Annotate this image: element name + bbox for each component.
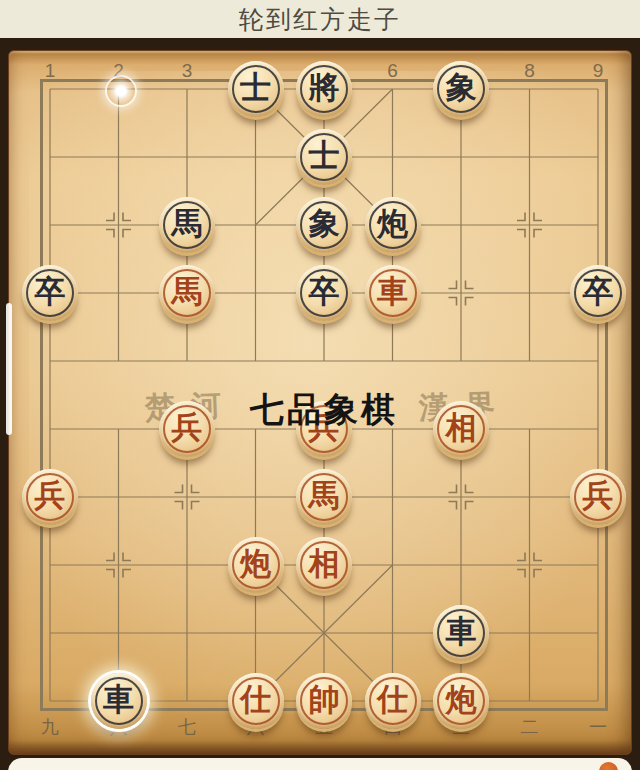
piece-black-elephant[interactable]: 象 (296, 197, 352, 253)
piece-black-horse[interactable]: 馬 (159, 197, 215, 253)
scrollbar-thumb[interactable] (6, 303, 12, 435)
piece-red-advisor[interactable]: 仕 (365, 673, 421, 729)
piece-glyph: 卒 (296, 265, 352, 321)
piece-glyph: 炮 (433, 673, 489, 729)
turn-status-text: 轮到红方走子 (239, 3, 401, 36)
piece-black-chariot[interactable]: 車 (433, 605, 489, 661)
piece-glyph: 帥 (296, 673, 352, 729)
file-label-bottom: 二 (521, 715, 539, 739)
piece-glyph: 將 (296, 61, 352, 117)
xiangqi-board[interactable]: 123456789 九八七六五四三二一 楚河 漢界 士將象士馬象炮卒馬卒車卒兵兵… (8, 50, 632, 755)
piece-glyph: 士 (228, 61, 284, 117)
piece-black-cannon[interactable]: 炮 (365, 197, 421, 253)
file-label-top: 1 (45, 60, 56, 82)
piece-red-horse[interactable]: 馬 (159, 265, 215, 321)
last-move-origin-marker (105, 75, 137, 107)
piece-glyph: 車 (433, 605, 489, 661)
piece-glyph: 馬 (159, 265, 215, 321)
piece-red-cannon[interactable]: 炮 (433, 673, 489, 729)
piece-black-general[interactable]: 將 (296, 61, 352, 117)
piece-red-soldier[interactable]: 兵 (22, 469, 78, 525)
piece-glyph: 車 (365, 265, 421, 321)
file-label-bottom: 九 (41, 715, 59, 739)
piece-red-chariot[interactable]: 車 (365, 265, 421, 321)
piece-glyph: 馬 (159, 197, 215, 253)
file-label-bottom: 一 (589, 715, 607, 739)
turn-status-bar: 轮到红方走子 (0, 0, 640, 38)
piece-red-cannon[interactable]: 炮 (228, 537, 284, 593)
piece-glyph: 士 (296, 129, 352, 185)
piece-black-soldier[interactable]: 卒 (22, 265, 78, 321)
piece-glyph: 相 (433, 401, 489, 457)
app-watermark: 七品象棋 (250, 387, 398, 433)
piece-red-advisor[interactable]: 仕 (228, 673, 284, 729)
piece-glyph: 炮 (365, 197, 421, 253)
piece-glyph: 相 (296, 537, 352, 593)
piece-glyph: 仕 (365, 673, 421, 729)
piece-glyph: 兵 (570, 469, 626, 525)
piece-red-soldier[interactable]: 兵 (159, 401, 215, 457)
piece-glyph: 卒 (22, 265, 78, 321)
piece-glyph: 卒 (570, 265, 626, 321)
file-label-top: 8 (524, 60, 535, 82)
file-label-bottom: 七 (178, 715, 196, 739)
piece-red-soldier[interactable]: 兵 (570, 469, 626, 525)
piece-glyph: 象 (296, 197, 352, 253)
file-label-top: 3 (182, 60, 193, 82)
piece-red-horse[interactable]: 馬 (296, 469, 352, 525)
piece-black-advisor[interactable]: 士 (228, 61, 284, 117)
piece-black-advisor[interactable]: 士 (296, 129, 352, 185)
file-label-top: 9 (593, 60, 604, 82)
piece-glyph: 兵 (22, 469, 78, 525)
piece-glyph: 仕 (228, 673, 284, 729)
piece-black-soldier[interactable]: 卒 (296, 265, 352, 321)
piece-red-general[interactable]: 帥 (296, 673, 352, 729)
piece-glyph: 馬 (296, 469, 352, 525)
piece-black-elephant[interactable]: 象 (433, 61, 489, 117)
bottom-sheet (8, 758, 632, 770)
file-label-top: 6 (387, 60, 398, 82)
piece-glyph: 炮 (228, 537, 284, 593)
piece-red-elephant[interactable]: 相 (296, 537, 352, 593)
piece-black-soldier[interactable]: 卒 (570, 265, 626, 321)
piece-glyph: 兵 (159, 401, 215, 457)
piece-glyph: 象 (433, 61, 489, 117)
piece-red-elephant[interactable]: 相 (433, 401, 489, 457)
piece-black-chariot[interactable]: 車 (91, 673, 147, 729)
piece-glyph: 車 (91, 673, 147, 729)
